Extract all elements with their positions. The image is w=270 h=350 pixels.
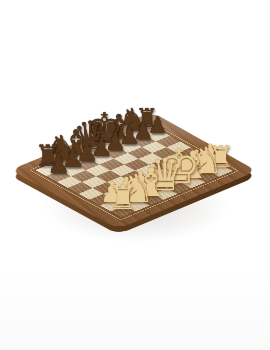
pieces-layer: ♜♞♝♛♚♝♞♜♟♟♟♟♟♟♟♟♟♟♟♟♟♟♟♟♜♞♝♛♚♝♞♜ (0, 0, 270, 350)
chess-set-product-photo: ♜♞♝♛♚♝♞♜♟♟♟♟♟♟♟♟♟♟♟♟♟♟♟♟♜♞♝♛♚♝♞♜ (0, 0, 270, 350)
white-rook-a1: ♜ (108, 180, 138, 213)
black-pawn-a7: ♟ (47, 152, 70, 178)
